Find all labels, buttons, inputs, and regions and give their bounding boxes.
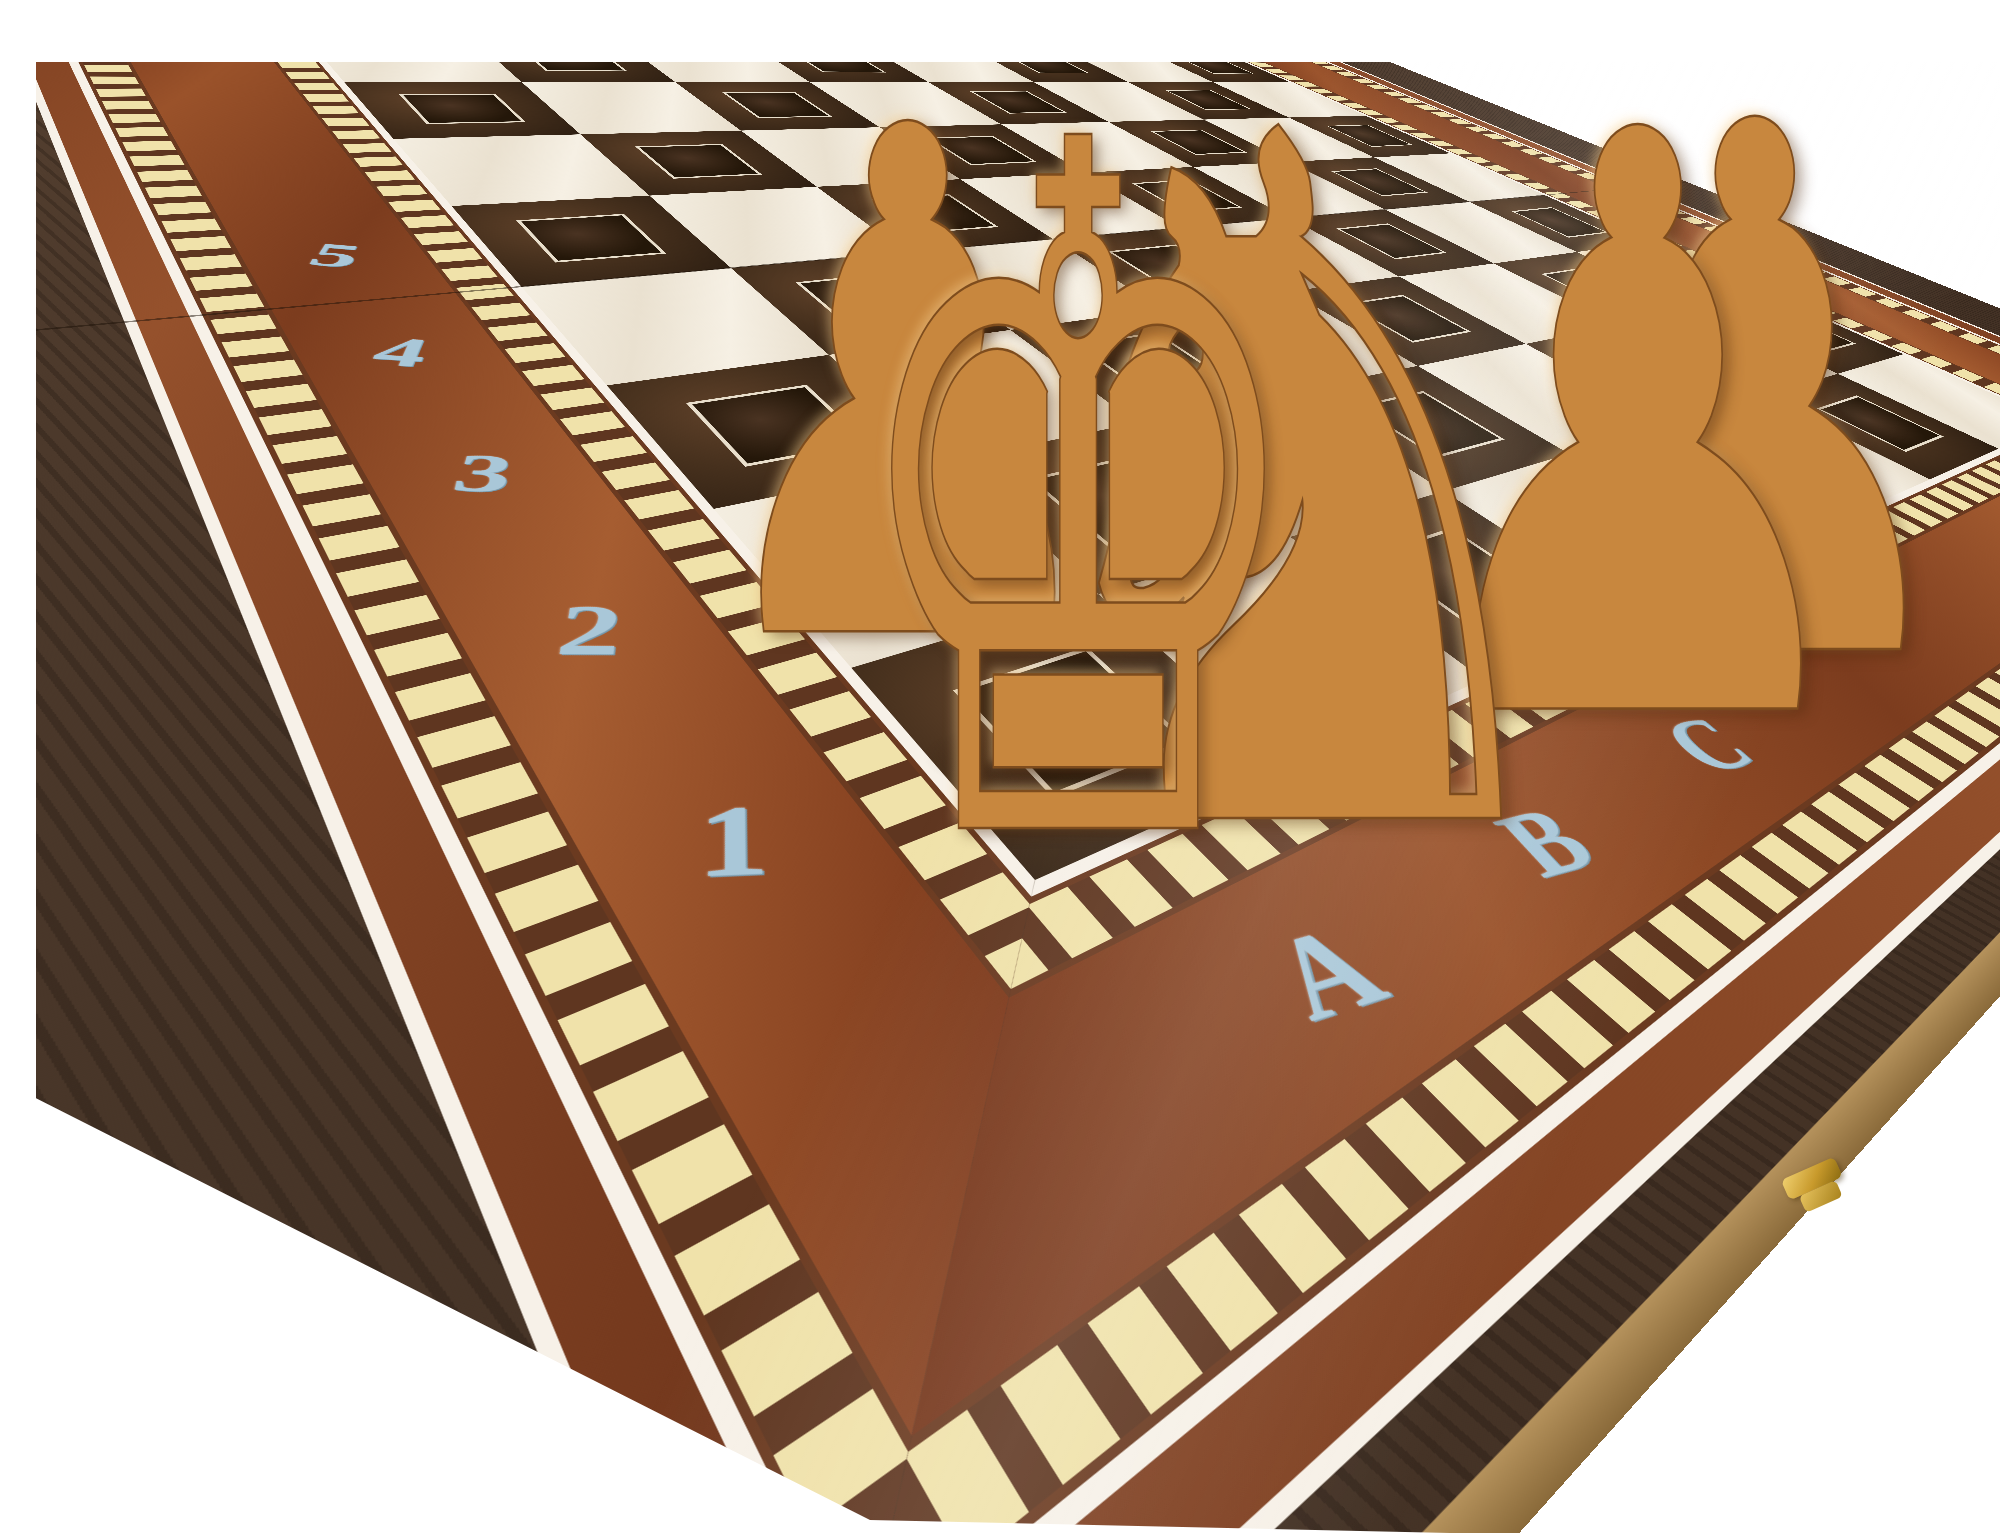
photo-crop-top	[0, 0, 2000, 62]
dark-square-inset	[398, 93, 526, 124]
piece-white-king-a1[interactable]: ♚	[840, 24, 1317, 974]
photo-crop-left	[0, 0, 36, 1533]
dark-square-inset	[516, 214, 667, 263]
